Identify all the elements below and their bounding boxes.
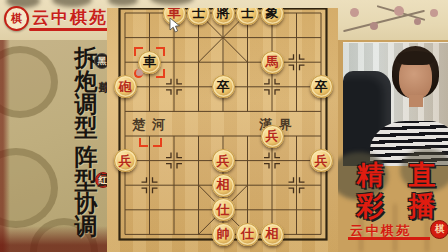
red-side-badge: 红: [95, 172, 107, 188]
live-broadcast-text: 精直彩播: [350, 159, 442, 221]
piece-red-相[interactable]: 相: [212, 174, 235, 197]
piece-red-兵[interactable]: 兵: [310, 149, 333, 172]
last-move-marker: [156, 69, 165, 78]
promo-char: 精: [357, 159, 384, 190]
black-player-name: 帅哥: [95, 72, 107, 76]
piece-black-將[interactable]: 將: [212, 8, 235, 25]
title-char: 调: [66, 92, 106, 115]
piece-red-仕[interactable]: 仕: [212, 198, 235, 221]
faded-piece-art: [0, 46, 58, 118]
title-char: 协: [66, 191, 106, 214]
last-move-marker: [156, 47, 165, 56]
xiangqi-board[interactable]: 楚河 漢界 車士將士象車馬砲卒卒兵兵兵兵相仕帥仕相: [107, 8, 338, 252]
promo-badge-icon: 棋: [430, 220, 448, 239]
river-label-chuhe: 楚河: [132, 116, 172, 134]
piece-red-兵[interactable]: 兵: [212, 149, 235, 172]
logo-text: 云中棋苑: [32, 6, 108, 29]
promo-char: 直: [409, 159, 436, 190]
piece-black-象[interactable]: 象: [261, 8, 284, 25]
logo-badge-icon: 棋: [4, 6, 29, 31]
right-panel: 精直彩播 云中棋苑 棋: [338, 40, 448, 252]
promo-footer-underline: [348, 237, 430, 240]
piece-red-砲[interactable]: 砲: [114, 75, 137, 98]
mouse-cursor: [169, 18, 181, 34]
faded-piece-art: [0, 148, 58, 228]
left-sidebar: 拆炮调型阵型协调 黑 帅哥 何媛 红: [0, 40, 107, 252]
last-move-marker: [134, 69, 143, 78]
move-from-marker: [139, 138, 148, 147]
promo-char: 彩: [357, 190, 384, 221]
move-from-marker: [153, 138, 162, 147]
piece-red-相[interactable]: 相: [261, 223, 284, 246]
piece-black-卒[interactable]: 卒: [212, 75, 235, 98]
promo-area: 精直彩播 云中棋苑 棋: [338, 166, 448, 252]
title-char: 调: [66, 214, 106, 237]
piece-black-卒[interactable]: 卒: [310, 75, 333, 98]
piece-red-仕[interactable]: 仕: [236, 223, 259, 246]
plum-blossom-decoration: [336, 0, 446, 41]
black-side-badge: 黑: [94, 53, 107, 69]
presenter-fringe: [397, 51, 434, 65]
red-player-tag: 何媛 红: [94, 164, 107, 188]
piece-red-兵[interactable]: 兵: [261, 125, 284, 148]
promo-char: 播: [409, 190, 436, 221]
piece-red-帥[interactable]: 帥: [212, 223, 235, 246]
black-player-tag: 黑 帅哥: [94, 53, 107, 76]
piece-red-兵[interactable]: 兵: [114, 149, 137, 172]
title-char: 型: [66, 115, 106, 138]
last-move-marker: [134, 47, 143, 56]
red-player-name: 何媛: [94, 164, 107, 168]
presenter-neck: [409, 95, 423, 107]
piece-black-車[interactable]: 車: [138, 51, 161, 74]
piece-red-馬[interactable]: 馬: [261, 51, 284, 74]
